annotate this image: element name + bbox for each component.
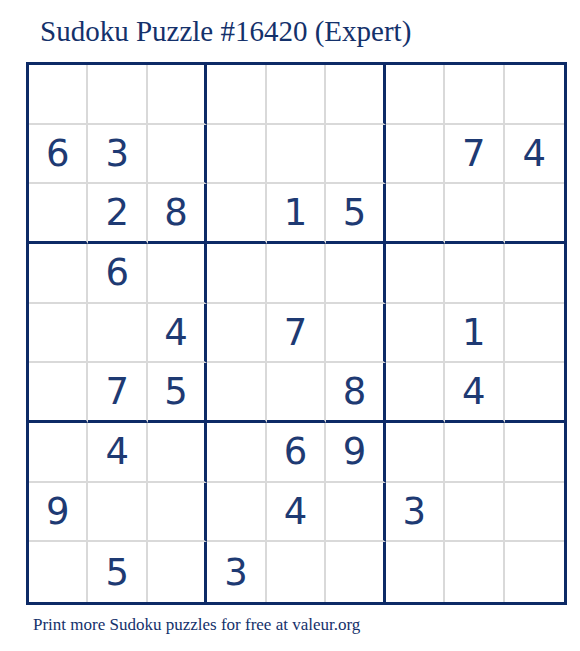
cell-r1c7[interactable] <box>386 65 445 125</box>
cell-r5c5[interactable]: 7 <box>267 304 326 364</box>
cell-r1c6[interactable] <box>326 65 385 125</box>
cell-r3c6[interactable]: 5 <box>326 184 385 244</box>
footer-note: Print more Sudoku puzzles for free at va… <box>33 615 360 635</box>
cell-r1c5[interactable] <box>267 65 326 125</box>
cell-r2c5[interactable] <box>267 125 326 185</box>
cell-r9c8[interactable] <box>445 542 504 602</box>
cell-r8c2[interactable] <box>88 483 147 543</box>
cell-r7c9[interactable] <box>505 423 564 483</box>
sudoku-board: 637428156471758446994353 <box>26 62 567 605</box>
cell-r3c4[interactable] <box>207 184 266 244</box>
cell-r6c3[interactable]: 5 <box>148 363 207 423</box>
cell-r6c6[interactable]: 8 <box>326 363 385 423</box>
page-title: Sudoku Puzzle #16420 (Expert) <box>40 14 411 48</box>
cell-r1c2[interactable] <box>88 65 147 125</box>
cell-r4c1[interactable] <box>29 244 88 304</box>
cell-r5c3[interactable]: 4 <box>148 304 207 364</box>
cell-r5c4[interactable] <box>207 304 266 364</box>
cell-r8c9[interactable] <box>505 483 564 543</box>
cell-r5c9[interactable] <box>505 304 564 364</box>
cell-r1c3[interactable] <box>148 65 207 125</box>
cell-r8c3[interactable] <box>148 483 207 543</box>
cell-r7c6[interactable]: 9 <box>326 423 385 483</box>
cell-r6c4[interactable] <box>207 363 266 423</box>
cell-r9c2[interactable]: 5 <box>88 542 147 602</box>
cell-r4c4[interactable] <box>207 244 266 304</box>
cell-r8c6[interactable] <box>326 483 385 543</box>
cell-r6c5[interactable] <box>267 363 326 423</box>
cell-r5c6[interactable] <box>326 304 385 364</box>
cell-r1c4[interactable] <box>207 65 266 125</box>
cell-r9c5[interactable] <box>267 542 326 602</box>
cell-r3c9[interactable] <box>505 184 564 244</box>
cell-r1c8[interactable] <box>445 65 504 125</box>
cell-r4c7[interactable] <box>386 244 445 304</box>
cell-r5c8[interactable]: 1 <box>445 304 504 364</box>
cell-r4c3[interactable] <box>148 244 207 304</box>
cell-r7c7[interactable] <box>386 423 445 483</box>
cell-r9c6[interactable] <box>326 542 385 602</box>
cell-r2c9[interactable]: 4 <box>505 125 564 185</box>
cell-r2c6[interactable] <box>326 125 385 185</box>
cell-r4c5[interactable] <box>267 244 326 304</box>
cell-r2c8[interactable]: 7 <box>445 125 504 185</box>
cell-r7c3[interactable] <box>148 423 207 483</box>
cell-r9c3[interactable] <box>148 542 207 602</box>
cell-r9c4[interactable]: 3 <box>207 542 266 602</box>
cell-r4c2[interactable]: 6 <box>88 244 147 304</box>
cell-r8c1[interactable]: 9 <box>29 483 88 543</box>
cell-r8c8[interactable] <box>445 483 504 543</box>
cell-r6c8[interactable]: 4 <box>445 363 504 423</box>
cell-r3c7[interactable] <box>386 184 445 244</box>
cell-r8c5[interactable]: 4 <box>267 483 326 543</box>
cell-r8c4[interactable] <box>207 483 266 543</box>
cell-r3c2[interactable]: 2 <box>88 184 147 244</box>
cell-r4c8[interactable] <box>445 244 504 304</box>
cell-r9c1[interactable] <box>29 542 88 602</box>
cell-r9c9[interactable] <box>505 542 564 602</box>
cell-r1c1[interactable] <box>29 65 88 125</box>
cell-r6c2[interactable]: 7 <box>88 363 147 423</box>
cell-r4c6[interactable] <box>326 244 385 304</box>
cell-r7c4[interactable] <box>207 423 266 483</box>
cell-r5c2[interactable] <box>88 304 147 364</box>
cell-r6c1[interactable] <box>29 363 88 423</box>
cell-r2c3[interactable] <box>148 125 207 185</box>
cell-r7c8[interactable] <box>445 423 504 483</box>
cell-r3c5[interactable]: 1 <box>267 184 326 244</box>
cell-r3c8[interactable] <box>445 184 504 244</box>
cell-r2c4[interactable] <box>207 125 266 185</box>
cell-r6c7[interactable] <box>386 363 445 423</box>
cell-r9c7[interactable] <box>386 542 445 602</box>
cell-r2c1[interactable]: 6 <box>29 125 88 185</box>
cell-r4c9[interactable] <box>505 244 564 304</box>
cell-r7c2[interactable]: 4 <box>88 423 147 483</box>
cell-r7c1[interactable] <box>29 423 88 483</box>
cell-r8c7[interactable]: 3 <box>386 483 445 543</box>
cell-r2c2[interactable]: 3 <box>88 125 147 185</box>
cell-r3c1[interactable] <box>29 184 88 244</box>
cell-r5c7[interactable] <box>386 304 445 364</box>
cell-r7c5[interactable]: 6 <box>267 423 326 483</box>
cell-r5c1[interactable] <box>29 304 88 364</box>
cell-r6c9[interactable] <box>505 363 564 423</box>
cell-r2c7[interactable] <box>386 125 445 185</box>
cell-r1c9[interactable] <box>505 65 564 125</box>
cell-r3c3[interactable]: 8 <box>148 184 207 244</box>
